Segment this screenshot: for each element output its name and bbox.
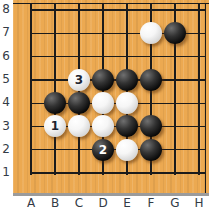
board-cell[interactable]: 3 <box>67 68 91 91</box>
black-stone <box>140 115 162 137</box>
column-label: E <box>119 196 135 210</box>
board-cell[interactable] <box>115 115 139 138</box>
board-cell[interactable] <box>19 161 43 184</box>
board-cell[interactable] <box>19 138 43 161</box>
column-label: G <box>167 196 183 210</box>
white-stone <box>68 115 90 137</box>
row-label: 6 <box>0 49 12 63</box>
row-label: 2 <box>0 142 12 156</box>
board-cell[interactable] <box>43 45 67 68</box>
board-cell[interactable] <box>163 115 187 138</box>
black-stone <box>140 139 162 161</box>
board-cell[interactable] <box>91 68 115 91</box>
board-cell[interactable] <box>115 161 139 184</box>
board-cell[interactable] <box>91 92 115 115</box>
board-cell[interactable] <box>67 0 91 22</box>
board-cell[interactable] <box>91 0 115 22</box>
board-cell[interactable] <box>139 45 163 68</box>
board-cell[interactable] <box>187 22 209 45</box>
board-cell[interactable] <box>163 138 187 161</box>
board-cell[interactable] <box>163 22 187 45</box>
board-cell[interactable] <box>139 68 163 91</box>
board-cell[interactable] <box>115 0 139 22</box>
board-cell[interactable]: 2 <box>91 138 115 161</box>
move-number-label: 3 <box>75 73 83 85</box>
board-cell[interactable] <box>139 115 163 138</box>
white-stone <box>92 92 114 114</box>
board-cell[interactable] <box>187 92 209 115</box>
board-cell[interactable] <box>163 45 187 68</box>
row-label: 3 <box>0 119 12 133</box>
black-stone <box>116 69 138 91</box>
board-cell[interactable] <box>19 115 43 138</box>
board-cell[interactable] <box>115 138 139 161</box>
board-cell[interactable] <box>187 138 209 161</box>
board-cell[interactable] <box>91 115 115 138</box>
white-stone: 1 <box>44 115 66 137</box>
move-number-label: 1 <box>51 120 59 132</box>
board-cell[interactable] <box>43 92 67 115</box>
board-cell[interactable] <box>187 161 209 184</box>
board-cell[interactable] <box>187 0 209 22</box>
board-cell[interactable] <box>67 45 91 68</box>
board-cell[interactable] <box>115 22 139 45</box>
row-label: 8 <box>0 2 12 16</box>
black-stone <box>140 69 162 91</box>
board-cell[interactable] <box>19 45 43 68</box>
board-cell[interactable] <box>139 92 163 115</box>
white-stone: 3 <box>68 69 90 91</box>
column-label: B <box>47 196 63 210</box>
board-cell[interactable] <box>43 0 67 22</box>
white-stone <box>140 22 162 44</box>
board-cell[interactable] <box>43 161 67 184</box>
black-stone <box>116 115 138 137</box>
column-label: D <box>95 196 111 210</box>
black-stone <box>68 92 90 114</box>
board-cell[interactable] <box>67 115 91 138</box>
board-cell[interactable] <box>187 45 209 68</box>
board-cell[interactable] <box>139 161 163 184</box>
column-label: F <box>143 196 159 210</box>
board-cell[interactable] <box>19 68 43 91</box>
board-cell[interactable] <box>19 92 43 115</box>
white-stone <box>92 115 114 137</box>
move-number-label: 2 <box>99 143 107 155</box>
column-label: A <box>23 196 39 210</box>
white-stone <box>116 92 138 114</box>
board-cell[interactable] <box>67 138 91 161</box>
board-cell[interactable] <box>139 0 163 22</box>
board-cell[interactable] <box>115 68 139 91</box>
board-cell[interactable] <box>163 68 187 91</box>
board-cell[interactable] <box>19 0 43 22</box>
row-label: 1 <box>0 165 12 179</box>
go-board-screen: 312 87654321 ABCDEFGH <box>0 0 209 212</box>
board-cell[interactable] <box>187 68 209 91</box>
row-label: 7 <box>0 25 12 39</box>
board-cell[interactable] <box>139 138 163 161</box>
board-cell[interactable] <box>115 92 139 115</box>
board-cell[interactable] <box>163 161 187 184</box>
board-cell[interactable] <box>187 115 209 138</box>
black-stone <box>164 22 186 44</box>
board-grid: 312 <box>19 0 209 185</box>
board-cell[interactable] <box>139 22 163 45</box>
board-cell[interactable] <box>115 45 139 68</box>
black-stone <box>92 69 114 91</box>
board-cell[interactable] <box>43 138 67 161</box>
column-label: H <box>191 196 207 210</box>
black-stone <box>44 92 66 114</box>
row-label: 4 <box>0 95 12 109</box>
white-stone <box>116 139 138 161</box>
board-cell[interactable] <box>67 92 91 115</box>
board-cell[interactable] <box>163 92 187 115</box>
board-cell[interactable] <box>91 22 115 45</box>
column-label: C <box>71 196 87 210</box>
board-cell[interactable] <box>67 161 91 184</box>
board-cell[interactable] <box>43 68 67 91</box>
board-cell[interactable] <box>163 0 187 22</box>
board-cell[interactable] <box>91 161 115 184</box>
black-stone: 2 <box>92 139 114 161</box>
board-cell[interactable] <box>19 22 43 45</box>
board-cell[interactable] <box>67 22 91 45</box>
row-label: 5 <box>0 72 12 86</box>
board-cell[interactable] <box>43 22 67 45</box>
board-cell[interactable]: 1 <box>43 115 67 138</box>
board-cell[interactable] <box>91 45 115 68</box>
